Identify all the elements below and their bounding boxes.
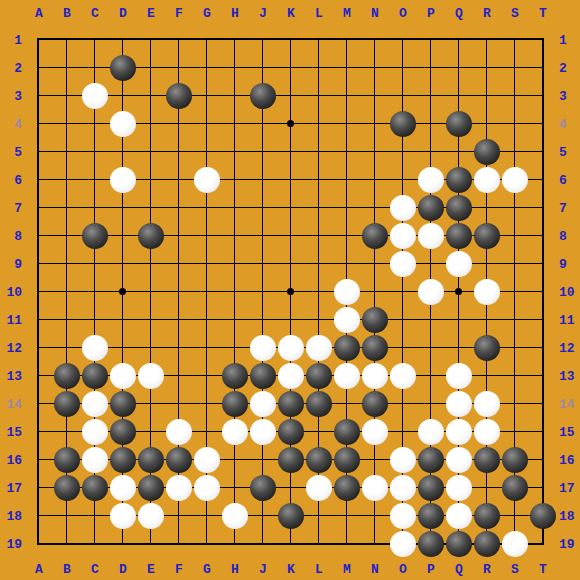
intersection-D11[interactable] xyxy=(109,306,137,334)
intersection-F6[interactable] xyxy=(165,166,193,194)
intersection-C3[interactable] xyxy=(81,82,109,110)
intersection-G14[interactable] xyxy=(193,390,221,418)
intersection-C1[interactable] xyxy=(81,26,109,54)
intersection-D12[interactable] xyxy=(109,334,137,362)
intersection-P14[interactable] xyxy=(417,390,445,418)
intersection-Q8[interactable] xyxy=(445,222,473,250)
intersection-H3[interactable] xyxy=(221,82,249,110)
intersection-R18[interactable] xyxy=(473,502,501,530)
intersection-G5[interactable] xyxy=(193,138,221,166)
intersection-L8[interactable] xyxy=(305,222,333,250)
intersection-B7[interactable] xyxy=(53,194,81,222)
intersection-G15[interactable] xyxy=(193,418,221,446)
intersection-H9[interactable] xyxy=(221,250,249,278)
intersection-P8[interactable] xyxy=(417,222,445,250)
intersection-J18[interactable] xyxy=(249,502,277,530)
intersection-L14[interactable] xyxy=(305,390,333,418)
intersection-A19[interactable] xyxy=(25,530,53,558)
intersection-B8[interactable] xyxy=(53,222,81,250)
intersection-P5[interactable] xyxy=(417,138,445,166)
intersection-O8[interactable] xyxy=(389,222,417,250)
intersection-S3[interactable] xyxy=(501,82,529,110)
intersection-O17[interactable] xyxy=(389,474,417,502)
intersection-O3[interactable] xyxy=(389,82,417,110)
intersection-C6[interactable] xyxy=(81,166,109,194)
intersection-R16[interactable] xyxy=(473,446,501,474)
intersection-M17[interactable] xyxy=(333,474,361,502)
intersection-R5[interactable] xyxy=(473,138,501,166)
intersection-B10[interactable] xyxy=(53,278,81,306)
intersection-L3[interactable] xyxy=(305,82,333,110)
intersection-T15[interactable] xyxy=(529,418,557,446)
intersection-F9[interactable] xyxy=(165,250,193,278)
intersection-M12[interactable] xyxy=(333,334,361,362)
intersection-O16[interactable] xyxy=(389,446,417,474)
intersection-T3[interactable] xyxy=(529,82,557,110)
intersection-T1[interactable] xyxy=(529,26,557,54)
intersection-M3[interactable] xyxy=(333,82,361,110)
intersection-Q19[interactable] xyxy=(445,530,473,558)
intersection-L4[interactable] xyxy=(305,110,333,138)
intersection-S8[interactable] xyxy=(501,222,529,250)
intersection-E4[interactable] xyxy=(137,110,165,138)
intersection-N9[interactable] xyxy=(361,250,389,278)
intersection-O11[interactable] xyxy=(389,306,417,334)
intersection-B1[interactable] xyxy=(53,26,81,54)
intersection-M18[interactable] xyxy=(333,502,361,530)
intersection-D14[interactable] xyxy=(109,390,137,418)
intersection-T17[interactable] xyxy=(529,474,557,502)
intersection-Q2[interactable] xyxy=(445,54,473,82)
intersection-J17[interactable] xyxy=(249,474,277,502)
intersection-L15[interactable] xyxy=(305,418,333,446)
intersection-D6[interactable] xyxy=(109,166,137,194)
intersection-T5[interactable] xyxy=(529,138,557,166)
intersection-O10[interactable] xyxy=(389,278,417,306)
intersection-S11[interactable] xyxy=(501,306,529,334)
intersection-K1[interactable] xyxy=(277,26,305,54)
intersection-R4[interactable] xyxy=(473,110,501,138)
intersection-M11[interactable] xyxy=(333,306,361,334)
intersection-G11[interactable] xyxy=(193,306,221,334)
intersection-C10[interactable] xyxy=(81,278,109,306)
intersection-A6[interactable] xyxy=(25,166,53,194)
intersection-K3[interactable] xyxy=(277,82,305,110)
intersection-P19[interactable] xyxy=(417,530,445,558)
intersection-B12[interactable] xyxy=(53,334,81,362)
intersection-D17[interactable] xyxy=(109,474,137,502)
intersection-T11[interactable] xyxy=(529,306,557,334)
intersection-T14[interactable] xyxy=(529,390,557,418)
intersection-H2[interactable] xyxy=(221,54,249,82)
intersection-N16[interactable] xyxy=(361,446,389,474)
intersection-S14[interactable] xyxy=(501,390,529,418)
intersection-F3[interactable] xyxy=(165,82,193,110)
intersection-B15[interactable] xyxy=(53,418,81,446)
intersection-T16[interactable] xyxy=(529,446,557,474)
intersection-J19[interactable] xyxy=(249,530,277,558)
intersection-Q13[interactable] xyxy=(445,362,473,390)
intersection-H18[interactable] xyxy=(221,502,249,530)
intersection-Q5[interactable] xyxy=(445,138,473,166)
intersection-M16[interactable] xyxy=(333,446,361,474)
intersection-R10[interactable] xyxy=(473,278,501,306)
intersection-J16[interactable] xyxy=(249,446,277,474)
intersection-H6[interactable] xyxy=(221,166,249,194)
intersection-R19[interactable] xyxy=(473,530,501,558)
intersection-H17[interactable] xyxy=(221,474,249,502)
intersection-K10[interactable] xyxy=(277,278,305,306)
intersection-C5[interactable] xyxy=(81,138,109,166)
intersection-G1[interactable] xyxy=(193,26,221,54)
intersection-D1[interactable] xyxy=(109,26,137,54)
intersection-J7[interactable] xyxy=(249,194,277,222)
intersection-N11[interactable] xyxy=(361,306,389,334)
intersection-G18[interactable] xyxy=(193,502,221,530)
intersection-S1[interactable] xyxy=(501,26,529,54)
intersection-C9[interactable] xyxy=(81,250,109,278)
intersection-H1[interactable] xyxy=(221,26,249,54)
intersection-K9[interactable] xyxy=(277,250,305,278)
intersection-F15[interactable] xyxy=(165,418,193,446)
intersection-O14[interactable] xyxy=(389,390,417,418)
intersection-A8[interactable] xyxy=(25,222,53,250)
intersection-E12[interactable] xyxy=(137,334,165,362)
intersection-F2[interactable] xyxy=(165,54,193,82)
intersection-C7[interactable] xyxy=(81,194,109,222)
intersection-G16[interactable] xyxy=(193,446,221,474)
intersection-B9[interactable] xyxy=(53,250,81,278)
intersection-R11[interactable] xyxy=(473,306,501,334)
intersection-Q4[interactable] xyxy=(445,110,473,138)
intersection-K13[interactable] xyxy=(277,362,305,390)
intersection-Q1[interactable] xyxy=(445,26,473,54)
intersection-F8[interactable] xyxy=(165,222,193,250)
intersection-F10[interactable] xyxy=(165,278,193,306)
intersection-D8[interactable] xyxy=(109,222,137,250)
intersection-A2[interactable] xyxy=(25,54,53,82)
intersection-H13[interactable] xyxy=(221,362,249,390)
intersection-T8[interactable] xyxy=(529,222,557,250)
intersection-C13[interactable] xyxy=(81,362,109,390)
intersection-L13[interactable] xyxy=(305,362,333,390)
intersection-A18[interactable] xyxy=(25,502,53,530)
intersection-E17[interactable] xyxy=(137,474,165,502)
intersection-A13[interactable] xyxy=(25,362,53,390)
intersection-J2[interactable] xyxy=(249,54,277,82)
intersection-R8[interactable] xyxy=(473,222,501,250)
intersection-G3[interactable] xyxy=(193,82,221,110)
intersection-M7[interactable] xyxy=(333,194,361,222)
intersection-G7[interactable] xyxy=(193,194,221,222)
intersection-B19[interactable] xyxy=(53,530,81,558)
intersection-M4[interactable] xyxy=(333,110,361,138)
intersection-F7[interactable] xyxy=(165,194,193,222)
intersection-D3[interactable] xyxy=(109,82,137,110)
intersection-R7[interactable] xyxy=(473,194,501,222)
intersection-R2[interactable] xyxy=(473,54,501,82)
intersection-J1[interactable] xyxy=(249,26,277,54)
intersection-S15[interactable] xyxy=(501,418,529,446)
intersection-D13[interactable] xyxy=(109,362,137,390)
intersection-A17[interactable] xyxy=(25,474,53,502)
intersection-N7[interactable] xyxy=(361,194,389,222)
intersection-T19[interactable] xyxy=(529,530,557,558)
intersection-T7[interactable] xyxy=(529,194,557,222)
intersection-P11[interactable] xyxy=(417,306,445,334)
intersection-M6[interactable] xyxy=(333,166,361,194)
intersection-L10[interactable] xyxy=(305,278,333,306)
intersection-P3[interactable] xyxy=(417,82,445,110)
intersection-O6[interactable] xyxy=(389,166,417,194)
intersection-D7[interactable] xyxy=(109,194,137,222)
intersection-G8[interactable] xyxy=(193,222,221,250)
intersection-E18[interactable] xyxy=(137,502,165,530)
intersection-E15[interactable] xyxy=(137,418,165,446)
intersection-E13[interactable] xyxy=(137,362,165,390)
intersection-T4[interactable] xyxy=(529,110,557,138)
intersection-O12[interactable] xyxy=(389,334,417,362)
intersection-T18[interactable] xyxy=(529,502,557,530)
intersection-D16[interactable] xyxy=(109,446,137,474)
intersection-L19[interactable] xyxy=(305,530,333,558)
intersection-A14[interactable] xyxy=(25,390,53,418)
intersection-G12[interactable] xyxy=(193,334,221,362)
intersection-P13[interactable] xyxy=(417,362,445,390)
intersection-S6[interactable] xyxy=(501,166,529,194)
intersection-A9[interactable] xyxy=(25,250,53,278)
intersection-P2[interactable] xyxy=(417,54,445,82)
intersection-N5[interactable] xyxy=(361,138,389,166)
intersection-J6[interactable] xyxy=(249,166,277,194)
intersection-B2[interactable] xyxy=(53,54,81,82)
intersection-J3[interactable] xyxy=(249,82,277,110)
intersection-L7[interactable] xyxy=(305,194,333,222)
intersection-K17[interactable] xyxy=(277,474,305,502)
intersection-F4[interactable] xyxy=(165,110,193,138)
intersection-S12[interactable] xyxy=(501,334,529,362)
intersection-R13[interactable] xyxy=(473,362,501,390)
intersection-L12[interactable] xyxy=(305,334,333,362)
intersection-J14[interactable] xyxy=(249,390,277,418)
intersection-R14[interactable] xyxy=(473,390,501,418)
intersection-C4[interactable] xyxy=(81,110,109,138)
intersection-F18[interactable] xyxy=(165,502,193,530)
intersection-G10[interactable] xyxy=(193,278,221,306)
intersection-K12[interactable] xyxy=(277,334,305,362)
intersection-D18[interactable] xyxy=(109,502,137,530)
intersection-N3[interactable] xyxy=(361,82,389,110)
intersection-H10[interactable] xyxy=(221,278,249,306)
intersection-Q15[interactable] xyxy=(445,418,473,446)
intersection-C19[interactable] xyxy=(81,530,109,558)
intersection-R3[interactable] xyxy=(473,82,501,110)
intersection-J12[interactable] xyxy=(249,334,277,362)
intersection-A16[interactable] xyxy=(25,446,53,474)
intersection-F17[interactable] xyxy=(165,474,193,502)
intersection-F13[interactable] xyxy=(165,362,193,390)
intersection-K19[interactable] xyxy=(277,530,305,558)
intersection-O9[interactable] xyxy=(389,250,417,278)
intersection-A7[interactable] xyxy=(25,194,53,222)
intersection-Q10[interactable] xyxy=(445,278,473,306)
intersection-B18[interactable] xyxy=(53,502,81,530)
intersection-N8[interactable] xyxy=(361,222,389,250)
intersection-A15[interactable] xyxy=(25,418,53,446)
intersection-G19[interactable] xyxy=(193,530,221,558)
intersection-C12[interactable] xyxy=(81,334,109,362)
intersection-E2[interactable] xyxy=(137,54,165,82)
intersection-P16[interactable] xyxy=(417,446,445,474)
intersection-S19[interactable] xyxy=(501,530,529,558)
intersection-Q12[interactable] xyxy=(445,334,473,362)
intersection-B11[interactable] xyxy=(53,306,81,334)
intersection-L18[interactable] xyxy=(305,502,333,530)
intersection-S18[interactable] xyxy=(501,502,529,530)
intersection-P17[interactable] xyxy=(417,474,445,502)
intersection-R9[interactable] xyxy=(473,250,501,278)
intersection-Q7[interactable] xyxy=(445,194,473,222)
intersection-C16[interactable] xyxy=(81,446,109,474)
intersection-E3[interactable] xyxy=(137,82,165,110)
intersection-N1[interactable] xyxy=(361,26,389,54)
intersection-M1[interactable] xyxy=(333,26,361,54)
intersection-L6[interactable] xyxy=(305,166,333,194)
intersection-P18[interactable] xyxy=(417,502,445,530)
intersection-K8[interactable] xyxy=(277,222,305,250)
intersection-H7[interactable] xyxy=(221,194,249,222)
intersection-K15[interactable] xyxy=(277,418,305,446)
intersection-H4[interactable] xyxy=(221,110,249,138)
intersection-Q16[interactable] xyxy=(445,446,473,474)
intersection-H8[interactable] xyxy=(221,222,249,250)
intersection-P1[interactable] xyxy=(417,26,445,54)
intersection-R17[interactable] xyxy=(473,474,501,502)
intersection-A4[interactable] xyxy=(25,110,53,138)
intersection-M19[interactable] xyxy=(333,530,361,558)
intersection-O19[interactable] xyxy=(389,530,417,558)
intersection-B3[interactable] xyxy=(53,82,81,110)
intersection-K2[interactable] xyxy=(277,54,305,82)
intersection-G2[interactable] xyxy=(193,54,221,82)
intersection-A11[interactable] xyxy=(25,306,53,334)
intersection-H12[interactable] xyxy=(221,334,249,362)
go-board[interactable] xyxy=(25,26,557,558)
intersection-L2[interactable] xyxy=(305,54,333,82)
intersection-F1[interactable] xyxy=(165,26,193,54)
intersection-O2[interactable] xyxy=(389,54,417,82)
intersection-L16[interactable] xyxy=(305,446,333,474)
intersection-N12[interactable] xyxy=(361,334,389,362)
intersection-P7[interactable] xyxy=(417,194,445,222)
intersection-H16[interactable] xyxy=(221,446,249,474)
intersection-R12[interactable] xyxy=(473,334,501,362)
intersection-T10[interactable] xyxy=(529,278,557,306)
intersection-E8[interactable] xyxy=(137,222,165,250)
intersection-G9[interactable] xyxy=(193,250,221,278)
intersection-H5[interactable] xyxy=(221,138,249,166)
intersection-F5[interactable] xyxy=(165,138,193,166)
intersection-R6[interactable] xyxy=(473,166,501,194)
intersection-E7[interactable] xyxy=(137,194,165,222)
intersection-S2[interactable] xyxy=(501,54,529,82)
intersection-E10[interactable] xyxy=(137,278,165,306)
intersection-P4[interactable] xyxy=(417,110,445,138)
intersection-S10[interactable] xyxy=(501,278,529,306)
intersection-K6[interactable] xyxy=(277,166,305,194)
intersection-S7[interactable] xyxy=(501,194,529,222)
intersection-Q9[interactable] xyxy=(445,250,473,278)
intersection-L11[interactable] xyxy=(305,306,333,334)
intersection-Q14[interactable] xyxy=(445,390,473,418)
intersection-L1[interactable] xyxy=(305,26,333,54)
intersection-M13[interactable] xyxy=(333,362,361,390)
intersection-H19[interactable] xyxy=(221,530,249,558)
intersection-G13[interactable] xyxy=(193,362,221,390)
intersection-K16[interactable] xyxy=(277,446,305,474)
intersection-P6[interactable] xyxy=(417,166,445,194)
intersection-D15[interactable] xyxy=(109,418,137,446)
intersection-D19[interactable] xyxy=(109,530,137,558)
intersection-O13[interactable] xyxy=(389,362,417,390)
intersection-R1[interactable] xyxy=(473,26,501,54)
intersection-S13[interactable] xyxy=(501,362,529,390)
intersection-T9[interactable] xyxy=(529,250,557,278)
intersection-J10[interactable] xyxy=(249,278,277,306)
intersection-E5[interactable] xyxy=(137,138,165,166)
intersection-J8[interactable] xyxy=(249,222,277,250)
intersection-O15[interactable] xyxy=(389,418,417,446)
intersection-N6[interactable] xyxy=(361,166,389,194)
intersection-S4[interactable] xyxy=(501,110,529,138)
intersection-C11[interactable] xyxy=(81,306,109,334)
intersection-J9[interactable] xyxy=(249,250,277,278)
intersection-B16[interactable] xyxy=(53,446,81,474)
intersection-A10[interactable] xyxy=(25,278,53,306)
intersection-C8[interactable] xyxy=(81,222,109,250)
intersection-N13[interactable] xyxy=(361,362,389,390)
intersection-B17[interactable] xyxy=(53,474,81,502)
intersection-O7[interactable] xyxy=(389,194,417,222)
intersection-E14[interactable] xyxy=(137,390,165,418)
intersection-E19[interactable] xyxy=(137,530,165,558)
intersection-L5[interactable] xyxy=(305,138,333,166)
intersection-D9[interactable] xyxy=(109,250,137,278)
intersection-Q17[interactable] xyxy=(445,474,473,502)
intersection-A12[interactable] xyxy=(25,334,53,362)
intersection-K18[interactable] xyxy=(277,502,305,530)
intersection-Q18[interactable] xyxy=(445,502,473,530)
intersection-K11[interactable] xyxy=(277,306,305,334)
intersection-H11[interactable] xyxy=(221,306,249,334)
intersection-D2[interactable] xyxy=(109,54,137,82)
intersection-A1[interactable] xyxy=(25,26,53,54)
intersection-K7[interactable] xyxy=(277,194,305,222)
intersection-T13[interactable] xyxy=(529,362,557,390)
intersection-N19[interactable] xyxy=(361,530,389,558)
intersection-E6[interactable] xyxy=(137,166,165,194)
intersection-C14[interactable] xyxy=(81,390,109,418)
intersection-B13[interactable] xyxy=(53,362,81,390)
intersection-N10[interactable] xyxy=(361,278,389,306)
intersection-A3[interactable] xyxy=(25,82,53,110)
intersection-L17[interactable] xyxy=(305,474,333,502)
intersection-N4[interactable] xyxy=(361,110,389,138)
intersection-M8[interactable] xyxy=(333,222,361,250)
intersection-J4[interactable] xyxy=(249,110,277,138)
intersection-F16[interactable] xyxy=(165,446,193,474)
intersection-E1[interactable] xyxy=(137,26,165,54)
